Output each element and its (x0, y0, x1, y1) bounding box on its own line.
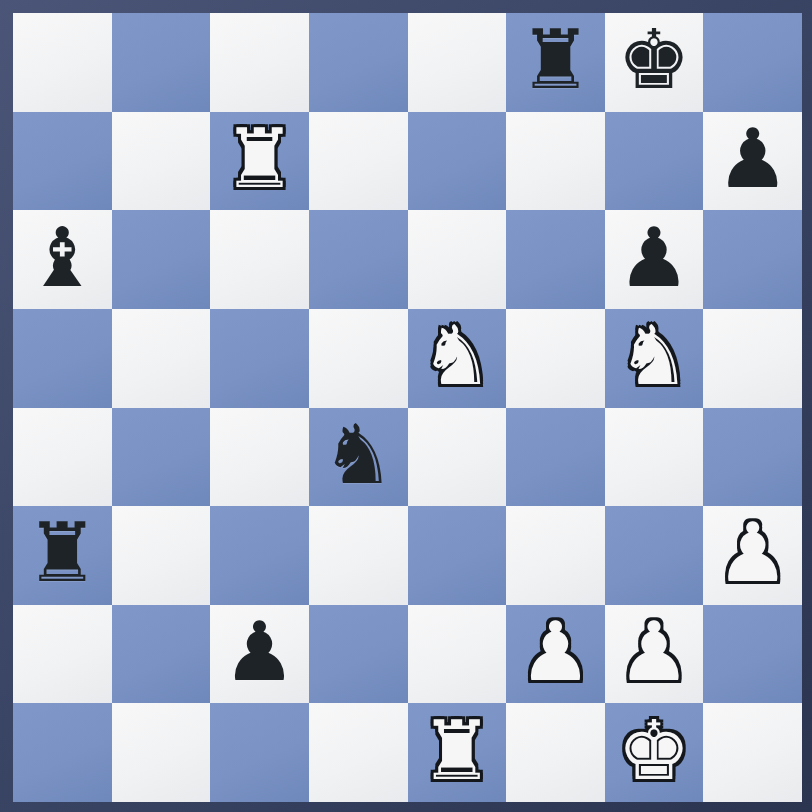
square-e6[interactable] (408, 210, 507, 309)
square-d8[interactable] (309, 13, 408, 112)
piece-white-knight[interactable]: ♞ (617, 315, 691, 397)
square-h3[interactable]: ♟ (703, 506, 802, 605)
square-b6[interactable] (112, 210, 211, 309)
piece-black-pawn[interactable]: ♟ (716, 118, 790, 200)
square-f4[interactable] (506, 408, 605, 507)
square-b7[interactable] (112, 112, 211, 211)
square-a8[interactable] (13, 13, 112, 112)
square-c3[interactable] (210, 506, 309, 605)
square-g8[interactable]: ♚ (605, 13, 704, 112)
square-c6[interactable] (210, 210, 309, 309)
piece-white-knight[interactable]: ♞ (420, 315, 494, 397)
square-c1[interactable] (210, 703, 309, 802)
square-h8[interactable] (703, 13, 802, 112)
square-e7[interactable] (408, 112, 507, 211)
square-a3[interactable]: ♜ (13, 506, 112, 605)
piece-black-king[interactable]: ♚ (617, 19, 691, 101)
square-h1[interactable] (703, 703, 802, 802)
piece-white-pawn[interactable]: ♟ (519, 611, 593, 693)
square-d6[interactable] (309, 210, 408, 309)
square-c8[interactable] (210, 13, 309, 112)
square-b8[interactable] (112, 13, 211, 112)
square-a5[interactable] (13, 309, 112, 408)
square-e1[interactable]: ♜ (408, 703, 507, 802)
square-c2[interactable]: ♟ (210, 605, 309, 704)
square-b5[interactable] (112, 309, 211, 408)
square-d2[interactable] (309, 605, 408, 704)
piece-white-rook[interactable]: ♜ (223, 118, 297, 200)
square-e4[interactable] (408, 408, 507, 507)
square-b1[interactable] (112, 703, 211, 802)
square-f8[interactable]: ♜ (506, 13, 605, 112)
piece-white-king[interactable]: ♚ (617, 710, 691, 792)
square-c4[interactable] (210, 408, 309, 507)
square-b2[interactable] (112, 605, 211, 704)
square-g6[interactable]: ♟ (605, 210, 704, 309)
square-a4[interactable] (13, 408, 112, 507)
square-g4[interactable] (605, 408, 704, 507)
square-d7[interactable] (309, 112, 408, 211)
square-g5[interactable]: ♞ (605, 309, 704, 408)
square-d1[interactable] (309, 703, 408, 802)
square-f6[interactable] (506, 210, 605, 309)
square-g7[interactable] (605, 112, 704, 211)
square-f2[interactable]: ♟ (506, 605, 605, 704)
square-a2[interactable] (13, 605, 112, 704)
square-g1[interactable]: ♚ (605, 703, 704, 802)
piece-black-pawn[interactable]: ♟ (223, 611, 297, 693)
piece-white-pawn[interactable]: ♟ (617, 611, 691, 693)
square-d4[interactable]: ♞ (309, 408, 408, 507)
piece-white-rook[interactable]: ♜ (420, 710, 494, 792)
square-e3[interactable] (408, 506, 507, 605)
square-a6[interactable]: ♝ (13, 210, 112, 309)
square-h7[interactable]: ♟ (703, 112, 802, 211)
square-g2[interactable]: ♟ (605, 605, 704, 704)
square-f5[interactable] (506, 309, 605, 408)
square-a7[interactable] (13, 112, 112, 211)
square-h6[interactable] (703, 210, 802, 309)
square-e5[interactable]: ♞ (408, 309, 507, 408)
piece-black-rook[interactable]: ♜ (519, 19, 593, 101)
piece-white-pawn[interactable]: ♟ (716, 512, 790, 594)
piece-black-pawn[interactable]: ♟ (617, 217, 691, 299)
square-f7[interactable] (506, 112, 605, 211)
square-c7[interactable]: ♜ (210, 112, 309, 211)
board-frame: ♜♚♜♟♝♟♞♞♞♜♟♟♟♟♜♚ (0, 0, 812, 812)
square-d5[interactable] (309, 309, 408, 408)
square-e2[interactable] (408, 605, 507, 704)
square-g3[interactable] (605, 506, 704, 605)
piece-black-knight[interactable]: ♞ (321, 414, 395, 496)
square-e8[interactable] (408, 13, 507, 112)
square-h2[interactable] (703, 605, 802, 704)
square-h5[interactable] (703, 309, 802, 408)
square-d3[interactable] (309, 506, 408, 605)
piece-black-bishop[interactable]: ♝ (26, 217, 100, 299)
square-f1[interactable] (506, 703, 605, 802)
square-b4[interactable] (112, 408, 211, 507)
square-c5[interactable] (210, 309, 309, 408)
square-f3[interactable] (506, 506, 605, 605)
square-b3[interactable] (112, 506, 211, 605)
chess-board: ♜♚♜♟♝♟♞♞♞♜♟♟♟♟♜♚ (13, 13, 802, 802)
piece-black-rook[interactable]: ♜ (26, 512, 100, 594)
square-h4[interactable] (703, 408, 802, 507)
square-a1[interactable] (13, 703, 112, 802)
